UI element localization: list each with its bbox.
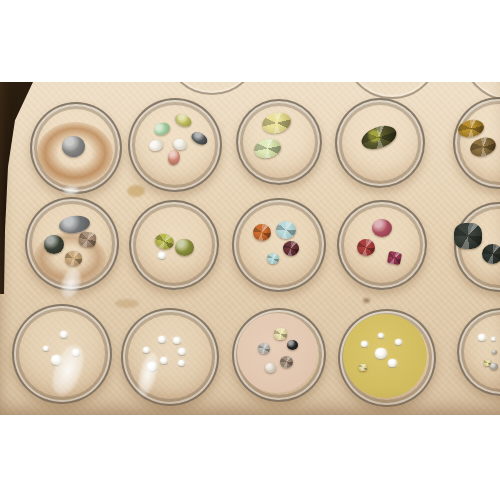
page <box>0 0 500 500</box>
tiny-diamond <box>361 341 368 347</box>
plastic-dome-reflection <box>63 186 79 195</box>
tiny-diamond <box>478 334 486 341</box>
small-ice-blue-gem <box>267 253 279 264</box>
felt-pad-c13 <box>237 313 317 393</box>
olive-green-cabochon <box>175 239 194 256</box>
dark-green-stone <box>44 235 64 254</box>
magenta-square-gem <box>386 251 401 265</box>
gem-capsule-c8 <box>232 198 326 292</box>
partial-capsule-arc <box>344 82 440 99</box>
tiny-diamond <box>143 347 150 353</box>
bronze-rough-crystal <box>77 230 96 248</box>
felt-stain <box>115 299 139 308</box>
tiny-diamond <box>378 333 384 338</box>
milky-round-stone <box>265 363 276 373</box>
gem-capsule-c7 <box>129 200 219 290</box>
tiny-diamond <box>158 252 166 259</box>
tiny-diamond <box>388 359 397 367</box>
tiny-diamond <box>395 339 402 345</box>
pale-yellow-rough-stone <box>359 364 367 371</box>
felt-stain <box>127 185 145 197</box>
gem-capsule-c12 <box>121 308 219 406</box>
tiny-diamond <box>173 337 181 344</box>
dark-green-round-gem <box>482 244 500 264</box>
pale-yellow-rough-diamond <box>274 328 287 340</box>
grey-round-stone <box>490 363 498 370</box>
grey-cabochon <box>62 136 85 157</box>
felt-stain <box>363 298 370 303</box>
tiny-diamond <box>158 336 166 343</box>
tiny-diamond <box>43 346 49 351</box>
orange-round-gem <box>253 224 271 241</box>
dark-green-cushion-gem <box>454 223 482 249</box>
maroon-round-gem <box>283 241 299 256</box>
black-round-stone <box>287 340 298 350</box>
round-diamond <box>375 348 387 359</box>
taupe-brown-gem <box>280 356 293 368</box>
gem-capsule-c9 <box>337 200 427 290</box>
tiny-diamond <box>60 331 68 338</box>
ice-blue-round-gem <box>276 221 296 239</box>
partial-capsule-arc <box>164 82 260 95</box>
gem-tray-photo <box>0 82 500 415</box>
champagne-gem <box>65 251 82 266</box>
red-round-gem <box>357 239 375 256</box>
tiny-diamond <box>160 357 168 364</box>
tiny-diamond <box>178 348 186 355</box>
tiny-diamond <box>491 337 496 341</box>
silver-grey-gem <box>258 343 270 354</box>
tiny-diamond <box>178 360 185 366</box>
tiny-grey-stone <box>492 350 497 354</box>
rose-red-cabochon <box>372 219 392 237</box>
